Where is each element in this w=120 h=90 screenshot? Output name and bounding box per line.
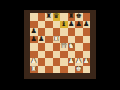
square-e2 (60, 58, 68, 66)
square-g5 (75, 36, 83, 44)
square-d4 (53, 43, 61, 51)
black-rook: ♜ (68, 13, 74, 20)
square-f1 (68, 66, 76, 74)
white-pawn: ♟ (83, 58, 89, 65)
black-pawn: ♟ (31, 28, 37, 35)
square-c5 (45, 36, 53, 44)
black-pawn: ♟ (31, 36, 37, 43)
square-c3 (45, 51, 53, 59)
square-g8: ♚ (75, 13, 83, 21)
white-king: ♚ (76, 66, 82, 73)
square-h6 (83, 28, 91, 36)
square-f3 (68, 51, 76, 59)
black-rook: ♜ (46, 13, 52, 20)
square-e1 (60, 66, 68, 74)
square-b6 (38, 28, 46, 36)
black-queen: ♛ (53, 13, 59, 20)
square-d2 (53, 58, 61, 66)
chess-board: ♜♛♜♚♝♟♟♟♟♟♟♜♛♞♟♟♟♟♜♚ (30, 13, 90, 73)
square-g2: ♟ (75, 58, 83, 66)
square-d7 (53, 21, 61, 29)
square-a2: ♟ (30, 58, 38, 66)
square-b1 (38, 66, 46, 74)
square-h8 (83, 13, 91, 21)
square-h2: ♟ (83, 58, 91, 66)
square-a8 (30, 13, 38, 21)
square-g4 (75, 43, 83, 51)
square-d5: ♜ (53, 36, 61, 44)
letterbox-bar-bottom (0, 79, 120, 90)
square-b3 (38, 51, 46, 59)
black-pawn: ♟ (68, 21, 74, 28)
square-h3 (83, 51, 91, 59)
black-pawn: ♟ (83, 21, 89, 28)
square-c7 (45, 21, 53, 29)
square-f8: ♜ (68, 13, 76, 21)
square-g3 (75, 51, 83, 59)
white-pawn: ♟ (31, 58, 37, 65)
white-queen: ♛ (61, 43, 67, 50)
square-h7: ♟ (83, 21, 91, 29)
square-e8 (60, 13, 68, 21)
square-c6 (45, 28, 53, 36)
white-pawn: ♟ (76, 58, 82, 65)
square-a4 (30, 43, 38, 51)
square-c1 (45, 66, 53, 74)
square-f2: ♟ (68, 58, 76, 66)
white-rook: ♜ (53, 36, 59, 43)
square-c2 (45, 58, 53, 66)
black-king: ♚ (76, 13, 82, 20)
square-e3 (60, 51, 68, 59)
square-b2 (38, 58, 46, 66)
letterbox-bar-top (0, 0, 120, 10)
black-pawn: ♟ (76, 21, 82, 28)
square-e7: ♝ (60, 21, 68, 29)
square-f5 (68, 36, 76, 44)
square-a5: ♟ (30, 36, 38, 44)
square-f7: ♟ (68, 21, 76, 29)
white-pawn: ♟ (68, 58, 74, 65)
square-g1: ♚ (75, 66, 83, 74)
square-b5: ♟ (38, 36, 46, 44)
square-h1 (83, 66, 91, 74)
white-knight: ♞ (68, 43, 74, 50)
square-f4: ♞ (68, 43, 76, 51)
square-e5 (60, 36, 68, 44)
square-h4 (83, 43, 91, 51)
square-a6: ♟ (30, 28, 38, 36)
square-h5 (83, 36, 91, 44)
black-bishop: ♝ (61, 21, 67, 28)
square-d8: ♛ (53, 13, 61, 21)
square-b4 (38, 43, 46, 51)
square-b8 (38, 13, 46, 21)
square-c4 (45, 43, 53, 51)
square-e6 (60, 28, 68, 36)
square-d6 (53, 28, 61, 36)
square-g6 (75, 28, 83, 36)
square-e4: ♛ (60, 43, 68, 51)
square-b7 (38, 21, 46, 29)
square-a1: ♜ (30, 66, 38, 74)
video-frame: ♜♛♜♚♝♟♟♟♟♟♟♜♛♞♟♟♟♟♜♚ (0, 0, 120, 90)
square-f6 (68, 28, 76, 36)
square-d3 (53, 51, 61, 59)
white-rook: ♜ (31, 66, 37, 73)
square-a7 (30, 21, 38, 29)
square-c8: ♜ (45, 13, 53, 21)
square-d1 (53, 66, 61, 74)
black-pawn: ♟ (38, 36, 44, 43)
square-a3 (30, 51, 38, 59)
square-g7: ♟ (75, 21, 83, 29)
